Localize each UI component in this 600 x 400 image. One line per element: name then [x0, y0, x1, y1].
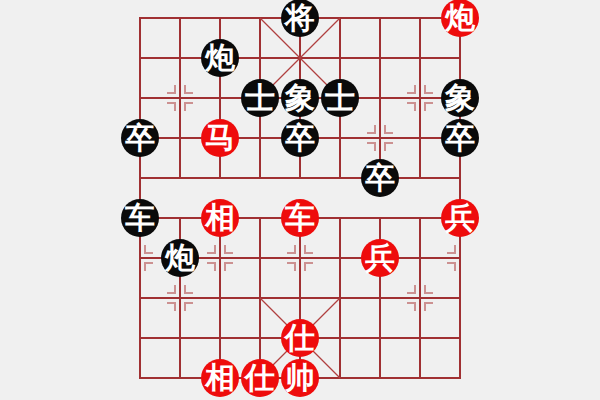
point-marker	[144, 262, 153, 271]
point-marker	[184, 85, 193, 94]
point-marker	[184, 102, 193, 111]
point-marker	[304, 245, 313, 254]
point-marker	[367, 142, 376, 151]
point-marker	[167, 85, 176, 94]
point-marker	[407, 85, 416, 94]
xiangqi-board: 将炮炮士象士象卒马卒卒卒车相车兵炮兵仕相仕帅	[0, 0, 600, 400]
point-marker	[184, 302, 193, 311]
point-marker	[287, 262, 296, 271]
piece-black-soldier[interactable]: 卒	[121, 119, 159, 157]
piece-black-cannon[interactable]: 炮	[161, 239, 199, 277]
piece-black-elephant[interactable]: 象	[281, 79, 319, 117]
point-marker	[407, 285, 416, 294]
piece-black-soldier[interactable]: 卒	[361, 159, 399, 197]
point-marker	[144, 245, 153, 254]
piece-red-elephant[interactable]: 相	[201, 199, 239, 237]
piece-black-advisor[interactable]: 士	[321, 79, 359, 117]
piece-black-soldier[interactable]: 卒	[441, 119, 479, 157]
point-marker	[287, 245, 296, 254]
point-marker	[367, 125, 376, 134]
point-marker	[167, 102, 176, 111]
point-marker	[167, 302, 176, 311]
point-marker	[167, 285, 176, 294]
piece-black-soldier[interactable]: 卒	[281, 119, 319, 157]
piece-black-chariot[interactable]: 车	[121, 199, 159, 237]
piece-red-advisor[interactable]: 仕	[241, 359, 279, 397]
point-marker	[424, 102, 433, 111]
piece-red-soldier[interactable]: 兵	[361, 239, 399, 277]
point-marker	[224, 262, 233, 271]
piece-red-chariot[interactable]: 车	[281, 199, 319, 237]
piece-black-general[interactable]: 将	[281, 0, 319, 37]
point-marker	[207, 245, 216, 254]
point-marker	[384, 125, 393, 134]
piece-black-cannon[interactable]: 炮	[201, 39, 239, 77]
piece-black-advisor[interactable]: 士	[241, 79, 279, 117]
piece-red-soldier[interactable]: 兵	[441, 199, 479, 237]
piece-red-general[interactable]: 帅	[281, 359, 319, 397]
point-marker	[424, 85, 433, 94]
point-marker	[424, 302, 433, 311]
point-marker	[407, 102, 416, 111]
point-marker	[224, 245, 233, 254]
point-marker	[447, 262, 456, 271]
point-marker	[447, 245, 456, 254]
point-marker	[384, 142, 393, 151]
piece-red-elephant[interactable]: 相	[201, 359, 239, 397]
piece-red-horse[interactable]: 马	[201, 119, 239, 157]
point-marker	[407, 302, 416, 311]
piece-red-advisor[interactable]: 仕	[281, 319, 319, 357]
point-marker	[304, 262, 313, 271]
point-marker	[184, 285, 193, 294]
piece-black-elephant[interactable]: 象	[441, 79, 479, 117]
point-marker	[424, 285, 433, 294]
point-marker	[207, 262, 216, 271]
piece-red-cannon[interactable]: 炮	[441, 0, 479, 37]
